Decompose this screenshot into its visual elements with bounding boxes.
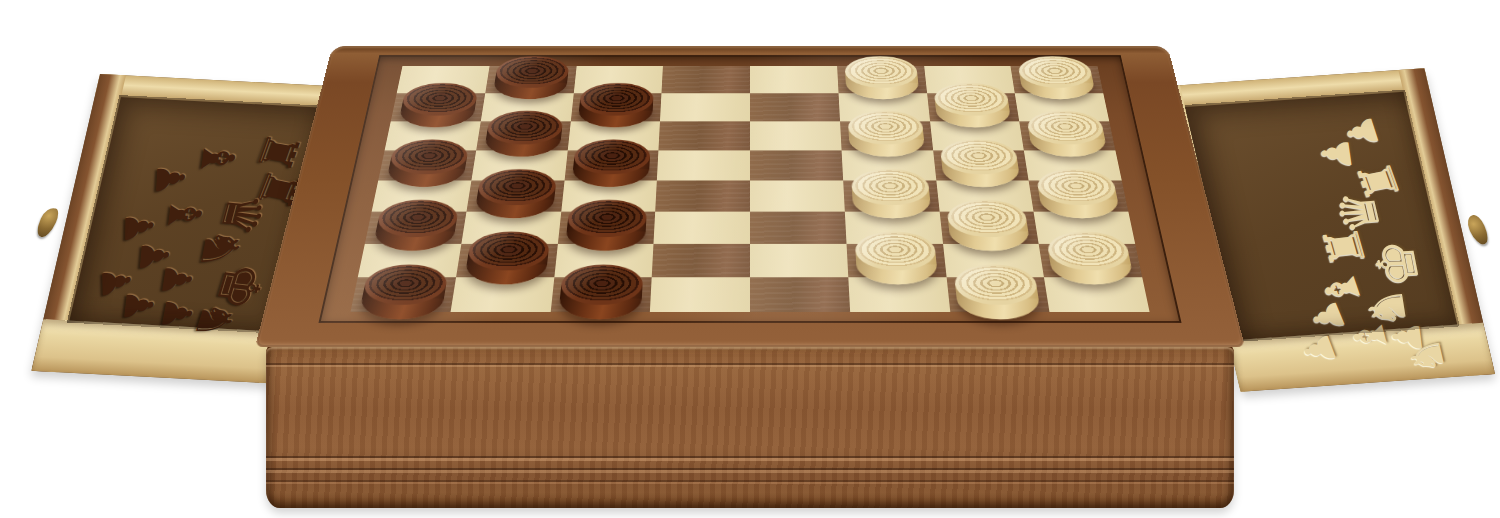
dark-bishop: ♝ — [193, 138, 243, 179]
dark-checker[interactable] — [372, 199, 460, 250]
dark-checker[interactable] — [492, 56, 570, 99]
square-e2[interactable] — [750, 93, 840, 121]
square-g4[interactable] — [933, 150, 1029, 180]
square-d6[interactable] — [654, 212, 750, 244]
light-checker[interactable] — [1045, 231, 1135, 284]
square-b3[interactable] — [476, 121, 570, 150]
square-a2[interactable] — [391, 93, 485, 121]
light-checker[interactable] — [1017, 56, 1097, 99]
brass-latch-icon — [34, 206, 62, 239]
square-b1[interactable] — [485, 66, 576, 93]
light-checker[interactable] — [854, 231, 938, 284]
light-checker[interactable] — [847, 110, 925, 156]
dark-checker[interactable] — [397, 83, 479, 128]
board-frame — [255, 46, 1245, 347]
square-h3[interactable] — [1019, 121, 1115, 150]
dark-knight: ♞ — [187, 298, 242, 343]
square-h7[interactable] — [1039, 244, 1142, 277]
square-a8[interactable] — [350, 277, 455, 312]
dark-checker[interactable] — [463, 231, 550, 284]
board-surround — [318, 55, 1181, 323]
square-d3[interactable] — [659, 121, 750, 150]
square-a4[interactable] — [378, 150, 476, 180]
square-a6[interactable] — [365, 212, 466, 244]
square-g6[interactable] — [939, 212, 1039, 244]
square-d2[interactable] — [660, 93, 750, 121]
square-c2[interactable] — [570, 93, 661, 121]
dark-checker[interactable] — [358, 264, 450, 319]
checkers-board — [350, 66, 1149, 312]
light-checker[interactable] — [850, 169, 931, 218]
square-c8[interactable] — [550, 277, 652, 312]
square-e7[interactable] — [750, 244, 848, 277]
brass-latch-icon — [1464, 213, 1492, 246]
square-g8[interactable] — [946, 277, 1050, 312]
product-photo-stage: ♜♝♜♟♛♝♞♟♟♚♟♟♟♟♞ ♟♟♜♛♜♚♝♞♟♝♟♟♞ — [0, 0, 1500, 518]
square-e8[interactable] — [750, 277, 850, 312]
square-c4[interactable] — [564, 150, 659, 180]
square-c6[interactable] — [557, 212, 655, 244]
dark-checker[interactable] — [572, 139, 652, 187]
square-f1[interactable] — [837, 66, 927, 93]
dark-checker[interactable] — [565, 199, 648, 250]
square-d5[interactable] — [655, 180, 750, 211]
dark-checker[interactable] — [483, 110, 564, 156]
dark-checker[interactable] — [474, 169, 558, 218]
square-f3[interactable] — [840, 121, 933, 150]
square-b5[interactable] — [466, 180, 564, 211]
dark-checker[interactable] — [385, 139, 470, 187]
box-base-front — [266, 345, 1234, 508]
dark-checker[interactable] — [578, 83, 655, 128]
light-checker[interactable] — [933, 83, 1012, 128]
square-d4[interactable] — [657, 150, 750, 180]
square-e3[interactable] — [750, 121, 841, 150]
light-knight: ♞ — [1402, 336, 1452, 376]
square-h1[interactable] — [1011, 66, 1104, 93]
dark-pawn: ♟ — [150, 160, 191, 198]
light-checker[interactable] — [1025, 110, 1108, 156]
light-king: ♚ — [1366, 239, 1430, 289]
square-e5[interactable] — [750, 180, 845, 211]
light-checker[interactable] — [844, 56, 920, 99]
light-checker[interactable] — [946, 199, 1031, 250]
square-e4[interactable] — [750, 150, 843, 180]
square-f7[interactable] — [846, 244, 946, 277]
light-checker[interactable] — [1035, 169, 1121, 218]
square-e1[interactable] — [750, 66, 838, 93]
square-b7[interactable] — [456, 244, 558, 277]
square-d7[interactable] — [652, 244, 750, 277]
square-e6[interactable] — [750, 212, 846, 244]
square-d8[interactable] — [650, 277, 750, 312]
square-f5[interactable] — [843, 180, 939, 211]
square-g2[interactable] — [927, 93, 1020, 121]
light-checker[interactable] — [939, 139, 1021, 187]
light-checker[interactable] — [953, 264, 1042, 319]
square-h5[interactable] — [1029, 180, 1129, 211]
square-d1[interactable] — [662, 66, 750, 93]
dark-checker[interactable] — [558, 264, 644, 319]
